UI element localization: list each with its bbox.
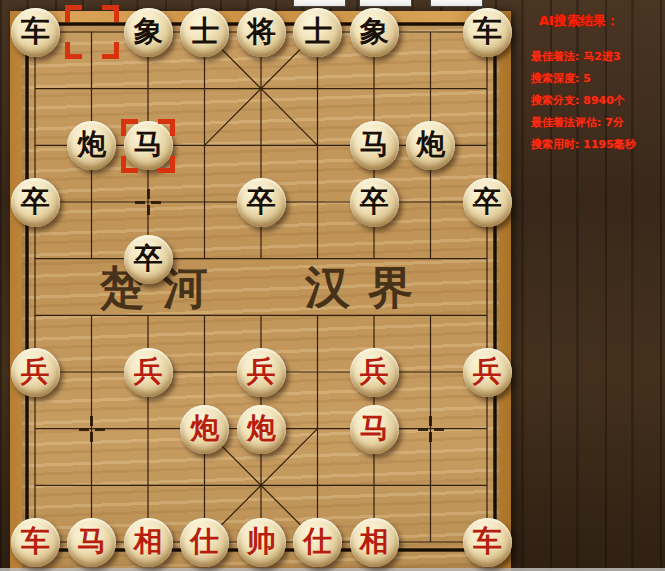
ai-evaluation-line: 最佳着法评估: 7分 (531, 112, 663, 134)
piece-red-相-6x9[interactable]: 相 (346, 514, 403, 571)
piece-red-兵-6x6[interactable]: 兵 (346, 344, 403, 401)
piece-black-卒-2x4[interactable]: 卒 (120, 231, 177, 288)
piece-black-炮-7x2[interactable]: 炮 (403, 117, 460, 174)
piece-black-卒-8x3[interactable]: 卒 (459, 174, 516, 231)
ai-time-line: 搜索用时: 1195毫秒 (531, 134, 663, 156)
piece-black-象-2x0[interactable]: 象 (120, 4, 177, 61)
piece-black-卒-6x3[interactable]: 卒 (346, 174, 403, 231)
piece-black-炮-1x2[interactable]: 炮 (64, 117, 121, 174)
ai-panel-title: AI搜索结果： (539, 12, 663, 30)
piece-black-卒-4x3[interactable]: 卒 (233, 174, 290, 231)
piece-red-兵-0x6[interactable]: 兵 (7, 344, 64, 401)
piece-red-帅-4x9[interactable]: 帅 (233, 514, 290, 571)
piece-black-马-2x2[interactable]: 马 (120, 117, 177, 174)
piece-black-士-5x0[interactable]: 士 (290, 4, 347, 61)
piece-layer: 车象士将士象车炮马马炮卒卒卒卒卒兵兵兵兵兵炮炮马车马相仕帅仕相车 (7, 4, 516, 571)
piece-red-兵-8x6[interactable]: 兵 (459, 344, 516, 401)
piece-black-卒-0x3[interactable]: 卒 (7, 174, 64, 231)
ai-branches-line: 搜索分支: 8940个 (531, 90, 663, 112)
ai-search-panel: AI搜索结果： 最佳着法: 马2进3 搜索深度: 5 搜索分支: 8940个 最… (531, 10, 663, 156)
piece-black-象-6x0[interactable]: 象 (346, 4, 403, 61)
piece-black-士-3x0[interactable]: 士 (177, 4, 234, 61)
piece-red-车-0x9[interactable]: 车 (7, 514, 64, 571)
ai-depth-line: 搜索深度: 5 (531, 68, 663, 90)
piece-red-仕-3x9[interactable]: 仕 (177, 514, 234, 571)
piece-red-兵-4x6[interactable]: 兵 (233, 344, 290, 401)
xiangqi-app-window: 楚河 汉界 车象士将士象车炮马马炮卒卒卒卒卒兵兵兵兵兵炮炮马车马相仕帅仕相车 A… (0, 0, 665, 571)
piece-black-车-0x0[interactable]: 车 (7, 4, 64, 61)
piece-red-马-1x9[interactable]: 马 (64, 514, 121, 571)
piece-red-马-6x7[interactable]: 马 (346, 401, 403, 458)
piece-red-车-8x9[interactable]: 车 (459, 514, 516, 571)
piece-black-马-6x2[interactable]: 马 (346, 117, 403, 174)
piece-red-兵-2x6[interactable]: 兵 (120, 344, 177, 401)
piece-red-炮-3x7[interactable]: 炮 (177, 401, 234, 458)
piece-black-车-8x0[interactable]: 车 (459, 4, 516, 61)
piece-black-将-4x0[interactable]: 将 (233, 4, 290, 61)
piece-red-炮-4x7[interactable]: 炮 (233, 401, 290, 458)
piece-red-相-2x9[interactable]: 相 (120, 514, 177, 571)
piece-red-仕-5x9[interactable]: 仕 (290, 514, 347, 571)
ai-best-move-line: 最佳着法: 马2进3 (531, 46, 663, 68)
